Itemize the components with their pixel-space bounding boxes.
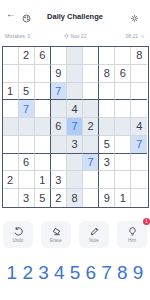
cell-r5c5[interactable]: 7: [67, 118, 83, 136]
cell-r6c6[interactable]: [83, 136, 99, 154]
cell-r3c3[interactable]: [35, 83, 51, 101]
cell-r1c1[interactable]: [3, 47, 19, 65]
numpad-9[interactable]: 9: [130, 262, 146, 284]
numpad-7[interactable]: 7: [99, 262, 115, 284]
cell-r3c1[interactable]: 1: [3, 83, 19, 101]
numpad-5[interactable]: 5: [67, 262, 83, 284]
numpad-2[interactable]: 2: [20, 262, 36, 284]
numpad-6[interactable]: 6: [83, 262, 99, 284]
tool-label: Note: [89, 238, 99, 243]
cell-r5c7[interactable]: [99, 118, 115, 136]
numpad-4[interactable]: 4: [51, 262, 67, 284]
cell-r5c3[interactable]: [35, 118, 51, 136]
cell-r6c1[interactable]: [3, 136, 19, 154]
back-icon[interactable]: ←: [6, 9, 16, 19]
cell-r8c2[interactable]: [19, 171, 35, 189]
cell-r3c9[interactable]: [131, 83, 147, 101]
cell-r4c4[interactable]: [51, 100, 67, 118]
cell-r3c6[interactable]: [83, 83, 99, 101]
sudoku-board: 268986157746724357673213352891: [2, 46, 149, 208]
cell-r2c9[interactable]: [131, 65, 147, 83]
pause-icon[interactable]: [140, 34, 145, 39]
cell-r2c5[interactable]: [67, 65, 83, 83]
cell-r1c5[interactable]: [67, 47, 83, 65]
cell-r2c8[interactable]: 6: [115, 65, 131, 83]
settings-gear-icon[interactable]: [130, 9, 139, 27]
cell-r3c2[interactable]: 5: [19, 83, 35, 101]
trophy-icon: [64, 34, 69, 39]
daily-date: Nov 22: [52, 33, 99, 39]
cell-r6c2[interactable]: [19, 136, 35, 154]
cell-r7c9[interactable]: [131, 154, 147, 172]
cell-r9c5[interactable]: 8: [67, 189, 83, 207]
top-bar: ← Daily Challenge: [0, 7, 150, 27]
cell-r9c4[interactable]: 2: [51, 189, 67, 207]
cell-r5c8[interactable]: [115, 118, 131, 136]
note-button[interactable]: Note: [79, 221, 109, 248]
cell-r1c4[interactable]: [51, 47, 67, 65]
cell-r4c8[interactable]: [115, 100, 131, 118]
cell-r4c9[interactable]: [131, 100, 147, 118]
cell-r8c5[interactable]: [67, 171, 83, 189]
cell-r5c2[interactable]: [19, 118, 35, 136]
cell-r6c7[interactable]: 5: [99, 136, 115, 154]
theme-palette-icon[interactable]: [22, 9, 31, 27]
cell-r9c3[interactable]: 5: [35, 189, 51, 207]
numpad-8[interactable]: 8: [114, 262, 130, 284]
cell-r8c9[interactable]: [131, 171, 147, 189]
toolbar: Undo Erase Note Hint 1: [0, 221, 150, 248]
cell-r9c8[interactable]: 1: [115, 189, 131, 207]
cell-r2c2[interactable]: [19, 65, 35, 83]
cell-r1c9[interactable]: 8: [131, 47, 147, 65]
eraser-icon: [51, 226, 62, 237]
cell-r7c7[interactable]: 3: [99, 154, 115, 172]
cell-r6c5[interactable]: 3: [67, 136, 83, 154]
cell-r5c9[interactable]: 4: [131, 118, 147, 136]
cell-r1c6[interactable]: [83, 47, 99, 65]
cell-r4c6[interactable]: [83, 100, 99, 118]
cell-r7c3[interactable]: [35, 154, 51, 172]
cell-r8c1[interactable]: 2: [3, 171, 19, 189]
cell-r8c7[interactable]: [99, 171, 115, 189]
cell-r2c1[interactable]: [3, 65, 19, 83]
cell-r5c1[interactable]: [3, 118, 19, 136]
numpad-3[interactable]: 3: [36, 262, 52, 284]
sudoku-app: ← Daily Challenge Mistakes: 0 Nov 22 08: [0, 0, 150, 300]
tool-label: Undo: [13, 238, 24, 243]
cell-r3c8[interactable]: [115, 83, 131, 101]
cell-r4c1[interactable]: [3, 100, 19, 118]
cell-r6c9[interactable]: 7: [131, 136, 147, 154]
cell-r9c7[interactable]: 9: [99, 189, 115, 207]
cell-r8c4[interactable]: 3: [51, 171, 67, 189]
cell-r2c7[interactable]: 8: [99, 65, 115, 83]
cell-r8c3[interactable]: 1: [35, 171, 51, 189]
cell-r2c4[interactable]: 9: [51, 65, 67, 83]
cell-r2c6[interactable]: [83, 65, 99, 83]
status-bar: Mistakes: 0 Nov 22 08:21: [5, 31, 145, 41]
tool-label: Hint: [128, 238, 136, 243]
cell-r7c8[interactable]: [115, 154, 131, 172]
cell-r4c2[interactable]: 7: [19, 100, 35, 118]
tool-label: Erase: [50, 238, 62, 243]
hint-badge: 1: [143, 218, 150, 225]
cell-r4c5[interactable]: 4: [67, 100, 83, 118]
timer: 08:21: [98, 33, 145, 39]
cell-r4c7[interactable]: [99, 100, 115, 118]
cell-r1c2[interactable]: 2: [19, 47, 35, 65]
cell-r5c6[interactable]: 2: [83, 118, 99, 136]
mistakes-counter: Mistakes: 0: [5, 33, 52, 39]
cell-r5c4[interactable]: 6: [51, 118, 67, 136]
numpad-1[interactable]: 1: [4, 262, 20, 284]
cell-r6c3[interactable]: [35, 136, 51, 154]
cell-r9c1[interactable]: [3, 189, 19, 207]
number-pad: 1 2 3 4 5 6 7 8 9: [0, 262, 150, 284]
pencil-icon: [89, 226, 100, 237]
cell-r7c2[interactable]: 6: [19, 154, 35, 172]
cell-r9c9[interactable]: [131, 189, 147, 207]
cell-r8c8[interactable]: [115, 171, 131, 189]
erase-button[interactable]: Erase: [41, 221, 71, 248]
undo-button[interactable]: Undo: [3, 221, 33, 248]
hint-button[interactable]: Hint 1: [117, 221, 147, 248]
cell-r7c4[interactable]: [51, 154, 67, 172]
cell-r9c6[interactable]: [83, 189, 99, 207]
cell-r7c1[interactable]: [3, 154, 19, 172]
cell-r6c4[interactable]: [51, 136, 67, 154]
cell-r7c5[interactable]: [67, 154, 83, 172]
cell-r3c5[interactable]: [67, 83, 83, 101]
cell-r1c3[interactable]: 6: [35, 47, 51, 65]
cell-r9c2[interactable]: 3: [19, 189, 35, 207]
cell-r4c3[interactable]: [35, 100, 51, 118]
cell-r3c4[interactable]: 7: [51, 83, 67, 101]
cell-r7c6[interactable]: 7: [83, 154, 99, 172]
cell-r3c7[interactable]: [99, 83, 115, 101]
cell-r6c8[interactable]: [115, 136, 131, 154]
cell-r1c8[interactable]: [115, 47, 131, 65]
undo-icon: [13, 226, 24, 237]
cell-r1c7[interactable]: [99, 47, 115, 65]
cell-r2c3[interactable]: [35, 65, 51, 83]
cell-r8c6[interactable]: [83, 171, 99, 189]
hint-bulb-icon: [127, 226, 138, 237]
